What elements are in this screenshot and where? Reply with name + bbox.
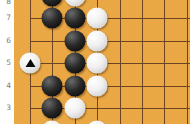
black-stone (64, 75, 85, 96)
row-label: 6 (0, 37, 11, 45)
white-stone (87, 75, 108, 96)
row-label: 8 (0, 0, 11, 6)
black-stone (42, 8, 63, 29)
white-stone (87, 53, 108, 74)
coordinate-strip: 8765432 (0, 0, 14, 124)
row-label: 7 (0, 14, 11, 22)
white-stone-marked (20, 53, 41, 74)
white-stone (87, 120, 108, 124)
go-problem-screenshot: 8765432 (0, 0, 190, 124)
white-stone (87, 8, 108, 29)
row-label: 3 (0, 104, 11, 112)
black-stone (42, 0, 63, 6)
black-stone (42, 98, 63, 119)
white-stone (87, 30, 108, 51)
grid-hline (30, 41, 190, 42)
black-stone (64, 53, 85, 74)
black-stone (42, 75, 63, 96)
white-stone (64, 0, 85, 6)
row-label: 4 (0, 82, 11, 90)
row-label: 5 (0, 59, 11, 67)
black-stone (64, 8, 85, 29)
white-stone (64, 98, 85, 119)
white-stone (42, 120, 63, 124)
go-board[interactable] (14, 0, 190, 124)
black-stone (64, 30, 85, 51)
grid-hline (30, 63, 190, 64)
triangle-marker-icon (25, 59, 35, 67)
